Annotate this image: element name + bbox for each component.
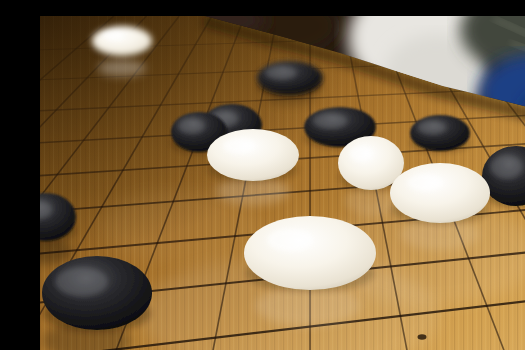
stone-highlight [103, 31, 124, 40]
stone-highlight [178, 118, 205, 134]
stone-highlight [267, 229, 313, 251]
stone-highlight [408, 174, 443, 192]
stone-highlight [350, 145, 373, 161]
stone-reflection [98, 60, 146, 77]
stone-highlight [490, 155, 523, 179]
stone-highlight [313, 113, 348, 129]
stone-highlight [417, 120, 446, 134]
go-board-photo: Go stones on a wooden goban during a gam… [40, 16, 525, 350]
stone-highlight [55, 267, 108, 297]
stone-white [244, 216, 376, 290]
stone-white [92, 26, 152, 56]
stone-white [207, 129, 299, 181]
stone-highlight [223, 138, 255, 154]
stone-highlight [265, 66, 297, 80]
stone-white [390, 163, 490, 223]
star-point [418, 334, 427, 340]
